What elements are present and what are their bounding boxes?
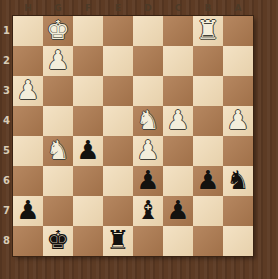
square-d6[interactable]: ♟ [133, 166, 163, 196]
square-g5[interactable]: ♞ [43, 136, 73, 166]
square-f2[interactable] [73, 46, 103, 76]
rank-label-1: 1 [0, 16, 13, 46]
rank-label-6: 6 [0, 166, 13, 196]
square-g4[interactable] [43, 106, 73, 136]
square-b7[interactable] [193, 196, 223, 226]
square-f7[interactable] [73, 196, 103, 226]
square-h3[interactable]: ♟ [13, 76, 43, 106]
square-d4[interactable]: ♞ [133, 106, 163, 136]
square-b3[interactable] [193, 76, 223, 106]
square-h1[interactable] [13, 16, 43, 46]
white-pawn-g2[interactable]: ♟ [43, 46, 73, 76]
square-f8[interactable] [73, 226, 103, 256]
white-pawn-c4[interactable]: ♟ [163, 106, 193, 136]
square-f1[interactable] [73, 16, 103, 46]
square-e7[interactable] [103, 196, 133, 226]
square-a7[interactable] [223, 196, 253, 226]
black-king-g8[interactable]: ♚ [43, 226, 73, 256]
square-h4[interactable] [13, 106, 43, 136]
black-bishop-d7[interactable]: ♝ [133, 196, 163, 226]
black-pawn-h7[interactable]: ♟ [13, 196, 43, 226]
square-h6[interactable] [13, 166, 43, 196]
black-pawn-c7[interactable]: ♟ [163, 196, 193, 226]
square-e6[interactable] [103, 166, 133, 196]
square-b5[interactable] [193, 136, 223, 166]
square-h2[interactable] [13, 46, 43, 76]
rank-label-3: 3 [0, 76, 13, 106]
square-f5[interactable]: ♟ [73, 136, 103, 166]
white-rook-b1[interactable]: ♜ [193, 16, 223, 46]
black-pawn-f5[interactable]: ♟ [73, 136, 103, 166]
square-c3[interactable] [163, 76, 193, 106]
black-rook-e8[interactable]: ♜ [103, 226, 133, 256]
square-b1[interactable]: ♜ [193, 16, 223, 46]
white-pawn-a4[interactable]: ♟ [223, 106, 253, 136]
white-pawn-d5[interactable]: ♟ [133, 136, 163, 166]
rank-label-8: 8 [0, 226, 13, 256]
file-label-b: B [193, 1, 223, 15]
square-b6[interactable]: ♟ [193, 166, 223, 196]
rank-label-5: 5 [0, 136, 13, 166]
white-knight-d4[interactable]: ♞ [133, 106, 163, 136]
square-b2[interactable] [193, 46, 223, 76]
square-g2[interactable]: ♟ [43, 46, 73, 76]
square-e8[interactable]: ♜ [103, 226, 133, 256]
square-c1[interactable] [163, 16, 193, 46]
rank-label-2: 2 [0, 46, 13, 76]
square-f4[interactable] [73, 106, 103, 136]
square-a8[interactable] [223, 226, 253, 256]
black-knight-a6[interactable]: ♞ [223, 166, 253, 196]
square-f6[interactable] [73, 166, 103, 196]
rank-label-4: 4 [0, 106, 13, 136]
square-d2[interactable] [133, 46, 163, 76]
chess-board: ♚♜♟♟♞♟♟♞♟♟♟♟♞♟♝♟♚♜ [13, 16, 253, 256]
square-h7[interactable]: ♟ [13, 196, 43, 226]
square-a6[interactable]: ♞ [223, 166, 253, 196]
square-g3[interactable] [43, 76, 73, 106]
black-pawn-b6[interactable]: ♟ [193, 166, 223, 196]
square-a1[interactable] [223, 16, 253, 46]
square-b8[interactable] [193, 226, 223, 256]
white-pawn-h3[interactable]: ♟ [13, 76, 43, 106]
square-c5[interactable] [163, 136, 193, 166]
square-d8[interactable] [133, 226, 163, 256]
square-c8[interactable] [163, 226, 193, 256]
square-f3[interactable] [73, 76, 103, 106]
square-d3[interactable] [133, 76, 163, 106]
square-g6[interactable] [43, 166, 73, 196]
file-label-e: E [103, 1, 133, 15]
square-a4[interactable]: ♟ [223, 106, 253, 136]
square-e1[interactable] [103, 16, 133, 46]
square-e2[interactable] [103, 46, 133, 76]
square-e4[interactable] [103, 106, 133, 136]
white-king-g1[interactable]: ♚ [43, 16, 73, 46]
square-a5[interactable] [223, 136, 253, 166]
square-g1[interactable]: ♚ [43, 16, 73, 46]
square-a3[interactable] [223, 76, 253, 106]
square-b4[interactable] [193, 106, 223, 136]
file-label-h: H [13, 1, 43, 15]
square-d5[interactable]: ♟ [133, 136, 163, 166]
square-a2[interactable] [223, 46, 253, 76]
square-g7[interactable] [43, 196, 73, 226]
square-c6[interactable] [163, 166, 193, 196]
file-label-a: A [223, 1, 253, 15]
square-c2[interactable] [163, 46, 193, 76]
black-pawn-d6[interactable]: ♟ [133, 166, 163, 196]
chess-diagram: HGFEDCBA 12345678 ♚♜♟♟♞♟♟♞♟♟♟♟♞♟♝♟♚♜ [0, 0, 278, 279]
white-knight-g5[interactable]: ♞ [43, 136, 73, 166]
rank-label-7: 7 [0, 196, 13, 226]
square-d1[interactable] [133, 16, 163, 46]
file-label-d: D [133, 1, 163, 15]
square-h8[interactable] [13, 226, 43, 256]
square-e5[interactable] [103, 136, 133, 166]
file-label-g: G [43, 1, 73, 15]
square-h5[interactable] [13, 136, 43, 166]
square-g8[interactable]: ♚ [43, 226, 73, 256]
square-e3[interactable] [103, 76, 133, 106]
file-label-f: F [73, 1, 103, 15]
square-c4[interactable]: ♟ [163, 106, 193, 136]
file-label-c: C [163, 1, 193, 15]
square-c7[interactable]: ♟ [163, 196, 193, 226]
square-d7[interactable]: ♝ [133, 196, 163, 226]
